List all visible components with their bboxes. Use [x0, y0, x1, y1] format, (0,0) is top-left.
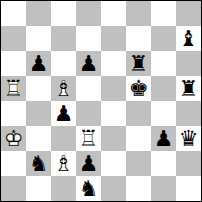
square-d4[interactable]: [76, 101, 101, 126]
square-c8[interactable]: [51, 1, 76, 26]
square-h7[interactable]: ♝: [176, 26, 201, 51]
piece-black-queen: ♛: [176, 126, 201, 151]
square-g8[interactable]: [151, 1, 176, 26]
square-d3[interactable]: ♜♖: [76, 126, 101, 151]
square-d8[interactable]: [76, 1, 101, 26]
square-c5[interactable]: ♝♗: [51, 76, 76, 101]
square-h4[interactable]: [176, 101, 201, 126]
square-b2[interactable]: ♞: [26, 151, 51, 176]
square-g1[interactable]: [151, 176, 176, 201]
piece-black-pawn: ♟: [151, 126, 176, 151]
piece-white-bishop: ♝♗: [51, 76, 76, 101]
square-d5[interactable]: [76, 76, 101, 101]
bishop-glyph: ♝: [176, 26, 201, 51]
square-b7[interactable]: [26, 26, 51, 51]
square-f2[interactable]: [126, 151, 151, 176]
square-f5[interactable]: ♚: [126, 76, 151, 101]
square-b1[interactable]: [26, 176, 51, 201]
square-e3[interactable]: [101, 126, 126, 151]
square-a8[interactable]: [1, 1, 26, 26]
king-glyph: ♚: [126, 76, 151, 101]
bishop-outline-glyph: ♗: [51, 151, 76, 176]
square-g3[interactable]: ♟: [151, 126, 176, 151]
square-e8[interactable]: [101, 1, 126, 26]
square-h8[interactable]: [176, 1, 201, 26]
square-c1[interactable]: [51, 176, 76, 201]
piece-white-king: ♚♔: [1, 126, 26, 151]
square-g5[interactable]: [151, 76, 176, 101]
pawn-glyph: ♟: [151, 126, 176, 151]
square-e2[interactable]: [101, 151, 126, 176]
square-d2[interactable]: ♟: [76, 151, 101, 176]
piece-black-pawn: ♟: [76, 51, 101, 76]
square-e7[interactable]: [101, 26, 126, 51]
square-b4[interactable]: [26, 101, 51, 126]
piece-black-rook: ♜: [176, 76, 201, 101]
square-c4[interactable]: ♟: [51, 101, 76, 126]
piece-white-bishop: ♝♗: [51, 151, 76, 176]
pawn-glyph: ♟: [76, 51, 101, 76]
square-c2[interactable]: ♝♗: [51, 151, 76, 176]
square-c6[interactable]: [51, 51, 76, 76]
piece-black-knight: ♞: [76, 176, 101, 201]
square-h1[interactable]: [176, 176, 201, 201]
square-b5[interactable]: [26, 76, 51, 101]
square-a3[interactable]: ♚♔: [1, 126, 26, 151]
square-e1[interactable]: [101, 176, 126, 201]
square-h5[interactable]: ♜: [176, 76, 201, 101]
square-a6[interactable]: [1, 51, 26, 76]
square-f1[interactable]: [126, 176, 151, 201]
square-f6[interactable]: ♜: [126, 51, 151, 76]
piece-black-rook: ♜: [126, 51, 151, 76]
square-a1[interactable]: [1, 176, 26, 201]
king-outline-glyph: ♔: [1, 126, 26, 151]
square-e4[interactable]: [101, 101, 126, 126]
knight-glyph: ♞: [26, 151, 51, 176]
square-h6[interactable]: [176, 51, 201, 76]
square-d1[interactable]: ♞: [76, 176, 101, 201]
square-b8[interactable]: [26, 1, 51, 26]
square-a4[interactable]: [1, 101, 26, 126]
square-c3[interactable]: [51, 126, 76, 151]
piece-black-pawn: ♟: [76, 151, 101, 176]
square-g6[interactable]: [151, 51, 176, 76]
pawn-glyph: ♟: [51, 101, 76, 126]
piece-white-rook: ♜♖: [1, 76, 26, 101]
piece-black-king: ♚: [126, 76, 151, 101]
chess-board: ♝♟♟♜♜♖♝♗♚♜♟♚♔♜♖♟♛♞♝♗♟♞: [0, 0, 202, 202]
square-b6[interactable]: ♟: [26, 51, 51, 76]
square-a5[interactable]: ♜♖: [1, 76, 26, 101]
square-c7[interactable]: [51, 26, 76, 51]
square-d7[interactable]: [76, 26, 101, 51]
square-d6[interactable]: ♟: [76, 51, 101, 76]
square-a2[interactable]: [1, 151, 26, 176]
rook-glyph: ♜: [176, 76, 201, 101]
square-h3[interactable]: ♛: [176, 126, 201, 151]
bishop-outline-glyph: ♗: [51, 76, 76, 101]
square-h2[interactable]: [176, 151, 201, 176]
pawn-glyph: ♟: [76, 151, 101, 176]
square-f7[interactable]: [126, 26, 151, 51]
square-g7[interactable]: [151, 26, 176, 51]
piece-black-bishop: ♝: [176, 26, 201, 51]
square-g2[interactable]: [151, 151, 176, 176]
square-f8[interactable]: [126, 1, 151, 26]
square-e6[interactable]: [101, 51, 126, 76]
square-f4[interactable]: [126, 101, 151, 126]
pawn-glyph: ♟: [26, 51, 51, 76]
square-a7[interactable]: [1, 26, 26, 51]
knight-glyph: ♞: [76, 176, 101, 201]
queen-glyph: ♛: [176, 126, 201, 151]
piece-black-pawn: ♟: [51, 101, 76, 126]
square-e5[interactable]: [101, 76, 126, 101]
piece-black-knight: ♞: [26, 151, 51, 176]
rook-outline-glyph: ♖: [1, 76, 26, 101]
square-f3[interactable]: [126, 126, 151, 151]
piece-black-pawn: ♟: [26, 51, 51, 76]
rook-outline-glyph: ♖: [76, 126, 101, 151]
square-b3[interactable]: [26, 126, 51, 151]
rook-glyph: ♜: [126, 51, 151, 76]
piece-white-rook: ♜♖: [76, 126, 101, 151]
square-g4[interactable]: [151, 101, 176, 126]
